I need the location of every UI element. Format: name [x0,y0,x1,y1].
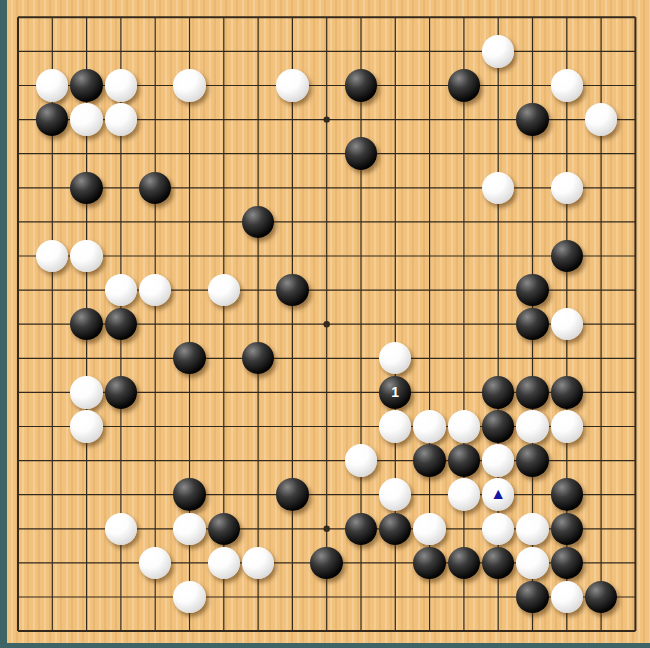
board-cell [241,341,275,375]
stone-black[interactable]: 1 [379,376,411,408]
stone-black[interactable] [551,547,583,579]
window-frame-left [0,0,7,648]
stone-black[interactable] [105,376,137,408]
board-cell [344,137,378,171]
stone-white[interactable] [413,410,445,442]
board-cell [275,68,309,102]
stone-white[interactable] [242,547,274,579]
stone-black[interactable] [139,172,171,204]
stone-white[interactable] [105,513,137,545]
stone-white[interactable] [173,69,205,101]
stone-black[interactable] [345,513,377,545]
board-cell [584,103,618,137]
stone-white[interactable] [551,69,583,101]
board-cell [481,443,515,477]
board-cell [447,68,481,102]
stone-white[interactable] [448,478,480,510]
stone-black[interactable] [516,103,548,135]
board-cell [207,273,241,307]
stone-black[interactable] [551,376,583,408]
board-cell [172,478,206,512]
stone-white[interactable] [70,376,102,408]
board-cell [378,478,412,512]
stone-white[interactable] [379,478,411,510]
stone-white[interactable] [516,410,548,442]
stone-black[interactable] [70,308,102,340]
board-cell [138,171,172,205]
board-cell [138,546,172,580]
board-cell [481,375,515,409]
board-cell [378,512,412,546]
board-cell [550,546,584,580]
board-cell [207,546,241,580]
board-cell [584,580,618,614]
stone-black[interactable] [36,103,68,135]
board-cell [69,409,103,443]
window-frame-bottom [0,643,650,648]
board-cell [550,68,584,102]
stone-black[interactable] [173,342,205,374]
stone-white[interactable] [482,513,514,545]
stone-black[interactable] [551,513,583,545]
stone-white[interactable] [516,513,548,545]
stone-black[interactable] [379,513,411,545]
stone-black[interactable] [448,69,480,101]
stone-black[interactable] [413,547,445,579]
go-app-window: 1▲ [0,0,650,648]
board-cell [69,68,103,102]
board-cell [104,68,138,102]
stone-white[interactable] [173,581,205,613]
stone-black[interactable] [516,308,548,340]
board-cell [481,546,515,580]
board-cell [550,478,584,512]
stone-white[interactable] [448,410,480,442]
board-cell [378,409,412,443]
board-cell [241,546,275,580]
board-cell [550,512,584,546]
board-cell [515,546,549,580]
board-cell [447,443,481,477]
stone-white[interactable] [482,444,514,476]
stone-white[interactable] [36,69,68,101]
board-cell [515,443,549,477]
triangle-marker-icon: ▲ [490,486,506,502]
stone-black[interactable] [516,274,548,306]
stone-white[interactable]: ▲ [482,478,514,510]
board-cell [35,239,69,273]
move-number-label: 1 [391,385,399,399]
board-cell [344,68,378,102]
stone-white[interactable] [139,274,171,306]
board-cell [378,341,412,375]
board-cell [412,546,446,580]
board-cell [481,171,515,205]
stone-white[interactable] [276,69,308,101]
stone-black[interactable] [310,547,342,579]
board-cell [550,171,584,205]
stone-white[interactable] [413,513,445,545]
stone-white[interactable] [208,274,240,306]
stone-black[interactable] [242,342,274,374]
board-cell [550,580,584,614]
board-cell [207,512,241,546]
stone-black[interactable] [105,308,137,340]
stone-white[interactable] [105,274,137,306]
stone-black[interactable] [345,137,377,169]
board-cell [550,375,584,409]
stones-layer: 1▲ [1,0,650,648]
stone-black[interactable] [482,376,514,408]
board-cell [412,409,446,443]
stone-white[interactable] [379,410,411,442]
board-cell [550,239,584,273]
stone-black[interactable] [173,478,205,510]
stone-white[interactable] [551,581,583,613]
stone-black[interactable] [585,581,617,613]
board-cell [69,307,103,341]
stone-white[interactable] [482,172,514,204]
stone-white[interactable] [516,547,548,579]
board-cell [104,307,138,341]
board-cell [35,103,69,137]
stone-black[interactable] [276,478,308,510]
stone-black[interactable] [482,547,514,579]
stone-white[interactable] [105,69,137,101]
stone-white[interactable] [139,547,171,579]
board-cell [412,512,446,546]
board-cell [515,307,549,341]
board-cell [69,171,103,205]
board-cell [172,580,206,614]
board-cell [104,512,138,546]
stone-black[interactable] [276,274,308,306]
stone-white[interactable] [70,240,102,272]
board-cell [69,239,103,273]
board-cell [515,512,549,546]
board-cell [550,307,584,341]
stone-white[interactable] [70,103,102,135]
board-cell [172,512,206,546]
stone-white[interactable] [551,308,583,340]
stone-black[interactable] [208,513,240,545]
stone-black[interactable] [70,69,102,101]
board-cell [515,375,549,409]
stone-white[interactable] [70,410,102,442]
board-cell [515,103,549,137]
board-cell [481,512,515,546]
stone-white[interactable] [105,103,137,135]
stone-white[interactable] [379,342,411,374]
stone-white[interactable] [551,410,583,442]
stone-black[interactable] [516,444,548,476]
board-cell [104,273,138,307]
board-cell [275,273,309,307]
board-cell [481,34,515,68]
stone-black[interactable] [516,376,548,408]
stone-black[interactable] [516,581,548,613]
board-cell [275,478,309,512]
board-cell [447,546,481,580]
stone-black[interactable] [242,206,274,238]
stone-black[interactable] [482,410,514,442]
board-cell [447,478,481,512]
stone-white[interactable] [585,103,617,135]
board-cell [481,409,515,443]
stone-white[interactable] [208,547,240,579]
stone-black[interactable] [345,69,377,101]
board-cell: 1 [378,375,412,409]
board-cell [69,375,103,409]
stone-black[interactable] [551,478,583,510]
board-cell [35,68,69,102]
board-cell [515,580,549,614]
board-cell: ▲ [481,478,515,512]
stone-black[interactable] [70,172,102,204]
board-cell [138,273,172,307]
board-cell [412,443,446,477]
board-cell [344,512,378,546]
board-cell [104,375,138,409]
board-cell [310,546,344,580]
board-cell [344,443,378,477]
board-cell [104,103,138,137]
board-cell [515,273,549,307]
stone-white[interactable] [551,172,583,204]
board-cell [515,409,549,443]
stone-white[interactable] [173,513,205,545]
stone-white[interactable] [36,240,68,272]
board-cell [241,205,275,239]
stone-black[interactable] [551,240,583,272]
stone-white[interactable] [345,444,377,476]
board-cell [550,409,584,443]
board-cell [172,68,206,102]
stone-black[interactable] [448,444,480,476]
stone-black[interactable] [448,547,480,579]
stone-white[interactable] [482,35,514,67]
board-cell [172,341,206,375]
board-cell [447,409,481,443]
stone-black[interactable] [413,444,445,476]
go-board[interactable]: 1▲ [0,0,650,648]
board-cell [69,103,103,137]
